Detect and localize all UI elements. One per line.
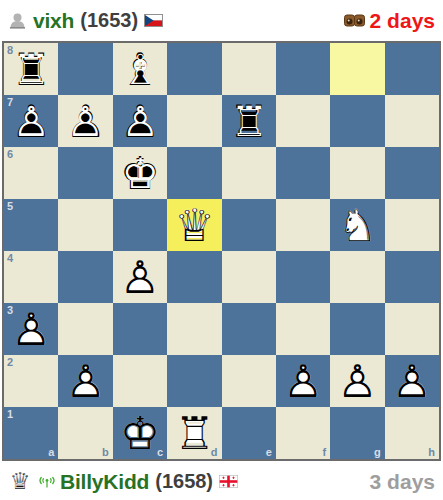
square-g1[interactable]: g (330, 407, 384, 459)
square-g4[interactable] (330, 251, 384, 303)
rank-label-6: 6 (7, 148, 13, 160)
square-e1[interactable]: e (222, 407, 276, 459)
square-d1[interactable]: d♜♖ (167, 407, 221, 459)
square-c4[interactable]: ♟♙ (113, 251, 167, 303)
piece-br-e7: ♜♖ (222, 95, 276, 147)
square-d5[interactable]: ♛♕ (167, 199, 221, 251)
square-b2[interactable]: ♟♙ (58, 355, 112, 407)
square-a3[interactable]: 3♟♙ (4, 303, 58, 355)
piece-wq-d5: ♛♕ (167, 199, 221, 251)
bottom-player-info: ♛ ♕ BillyKidd (1658) (8, 469, 238, 495)
piece-wp-b2: ♟♙ (58, 355, 112, 407)
square-h7[interactable] (385, 95, 439, 147)
bottom-player-rating: (1658) (155, 470, 213, 493)
file-label-a: a (48, 446, 54, 458)
bottom-player-bar: ♛ ♕ BillyKidd (1658) (0, 461, 443, 500)
file-label-e: e (266, 446, 272, 458)
piece-bp-c7: ♟♙ (113, 95, 167, 147)
top-player-rating: (1653) (80, 9, 138, 32)
chess-board: 8♜♖♝♗7♟♙♟♙♟♙♜♖6♚♔5♛♕♞♘4♟♙3♟♙2♟♙♟♙♟♙♟♙1ab… (4, 43, 439, 459)
square-c2[interactable] (113, 355, 167, 407)
rank-label-2: 2 (7, 356, 13, 368)
broadcast-online-icon (38, 475, 56, 489)
square-g5[interactable]: ♞♘ (330, 199, 384, 251)
bottom-timer-text: 3 days (370, 470, 435, 494)
square-d6[interactable] (167, 147, 221, 199)
square-e4[interactable] (222, 251, 276, 303)
square-a8[interactable]: 8♜♖ (4, 43, 58, 95)
square-g7[interactable] (330, 95, 384, 147)
piece-bb-c8: ♝♗ (113, 43, 167, 95)
file-label-h: h (428, 446, 435, 458)
square-a5[interactable]: 5 (4, 199, 58, 251)
square-h1[interactable]: h (385, 407, 439, 459)
square-f6[interactable] (276, 147, 330, 199)
square-b3[interactable] (58, 303, 112, 355)
square-d3[interactable] (167, 303, 221, 355)
czech-flag-icon (144, 14, 163, 27)
square-h6[interactable] (385, 147, 439, 199)
top-player-name[interactable]: vixh (33, 9, 74, 33)
black-queen-icon: ♛ ♕ (8, 469, 32, 495)
square-f1[interactable]: f (276, 407, 330, 459)
square-a7[interactable]: 7♟♙ (4, 95, 58, 147)
square-b8[interactable] (58, 43, 112, 95)
square-g3[interactable] (330, 303, 384, 355)
top-player-bar: vixh (1653) (0, 0, 443, 41)
file-label-b: b (102, 446, 109, 458)
bottom-player-timer: 3 days (370, 470, 435, 494)
piece-wp-h2: ♟♙ (385, 355, 439, 407)
square-f5[interactable] (276, 199, 330, 251)
rank-label-1: 1 (7, 408, 13, 420)
board-frame: 8♜♖♝♗7♟♙♟♙♟♙♜♖6♚♔5♛♕♞♘4♟♙3♟♙2♟♙♟♙♟♙♟♙1ab… (2, 41, 441, 461)
square-a1[interactable]: 1a (4, 407, 58, 459)
square-d8[interactable] (167, 43, 221, 95)
bottom-player-name[interactable]: BillyKidd (60, 470, 149, 494)
piece-wk-c1: ♚♔ (113, 407, 167, 459)
piece-wp-g2: ♟♙ (330, 355, 384, 407)
square-c1[interactable]: c♚♔ (113, 407, 167, 459)
top-player-info: vixh (1653) (8, 9, 163, 33)
square-h2[interactable]: ♟♙ (385, 355, 439, 407)
square-c3[interactable] (113, 303, 167, 355)
square-h8[interactable] (385, 43, 439, 95)
square-b6[interactable] (58, 147, 112, 199)
square-d4[interactable] (167, 251, 221, 303)
piece-wn-g5: ♞♘ (330, 199, 384, 251)
piece-bk-c6: ♚♔ (113, 147, 167, 199)
piece-bp-b7: ♟♙ (58, 95, 112, 147)
piece-wp-f2: ♟♙ (276, 355, 330, 407)
square-d7[interactable] (167, 95, 221, 147)
square-a2[interactable]: 2 (4, 355, 58, 407)
person-icon (8, 11, 27, 30)
chess-game-window: vixh (1653) (0, 0, 443, 500)
square-e8[interactable] (222, 43, 276, 95)
square-b5[interactable] (58, 199, 112, 251)
square-b1[interactable]: b (58, 407, 112, 459)
square-e2[interactable] (222, 355, 276, 407)
piece-bp-a7: ♟♙ (4, 95, 58, 147)
square-c6[interactable]: ♚♔ (113, 147, 167, 199)
rank-label-5: 5 (7, 200, 13, 212)
square-g2[interactable]: ♟♙ (330, 355, 384, 407)
square-f4[interactable] (276, 251, 330, 303)
square-c7[interactable]: ♟♙ (113, 95, 167, 147)
square-e3[interactable] (222, 303, 276, 355)
square-h5[interactable] (385, 199, 439, 251)
file-label-g: g (374, 446, 381, 458)
file-label-f: f (323, 446, 327, 458)
square-b4[interactable] (58, 251, 112, 303)
square-a4[interactable]: 4 (4, 251, 58, 303)
piece-wp-a3: ♟♙ (4, 303, 58, 355)
square-b7[interactable]: ♟♙ (58, 95, 112, 147)
square-e7[interactable]: ♜♖ (222, 95, 276, 147)
top-player-timer: 2 days (344, 9, 435, 33)
top-timer-text: 2 days (370, 9, 435, 33)
square-e6[interactable] (222, 147, 276, 199)
square-h4[interactable] (385, 251, 439, 303)
square-c8[interactable]: ♝♗ (113, 43, 167, 95)
square-f7[interactable] (276, 95, 330, 147)
georgia-flag-icon (219, 475, 238, 488)
square-g8[interactable] (330, 43, 384, 95)
square-f8[interactable] (276, 43, 330, 95)
square-h3[interactable] (385, 303, 439, 355)
binoculars-icon (344, 13, 365, 28)
piece-br-a8: ♜♖ (4, 43, 58, 95)
square-c5[interactable] (113, 199, 167, 251)
square-e5[interactable] (222, 199, 276, 251)
square-d2[interactable] (167, 355, 221, 407)
piece-wp-c4: ♟♙ (113, 251, 167, 303)
square-f3[interactable] (276, 303, 330, 355)
square-f2[interactable]: ♟♙ (276, 355, 330, 407)
piece-wr-d1: ♜♖ (167, 407, 221, 459)
square-g6[interactable] (330, 147, 384, 199)
rank-label-4: 4 (7, 252, 13, 264)
square-a6[interactable]: 6 (4, 147, 58, 199)
